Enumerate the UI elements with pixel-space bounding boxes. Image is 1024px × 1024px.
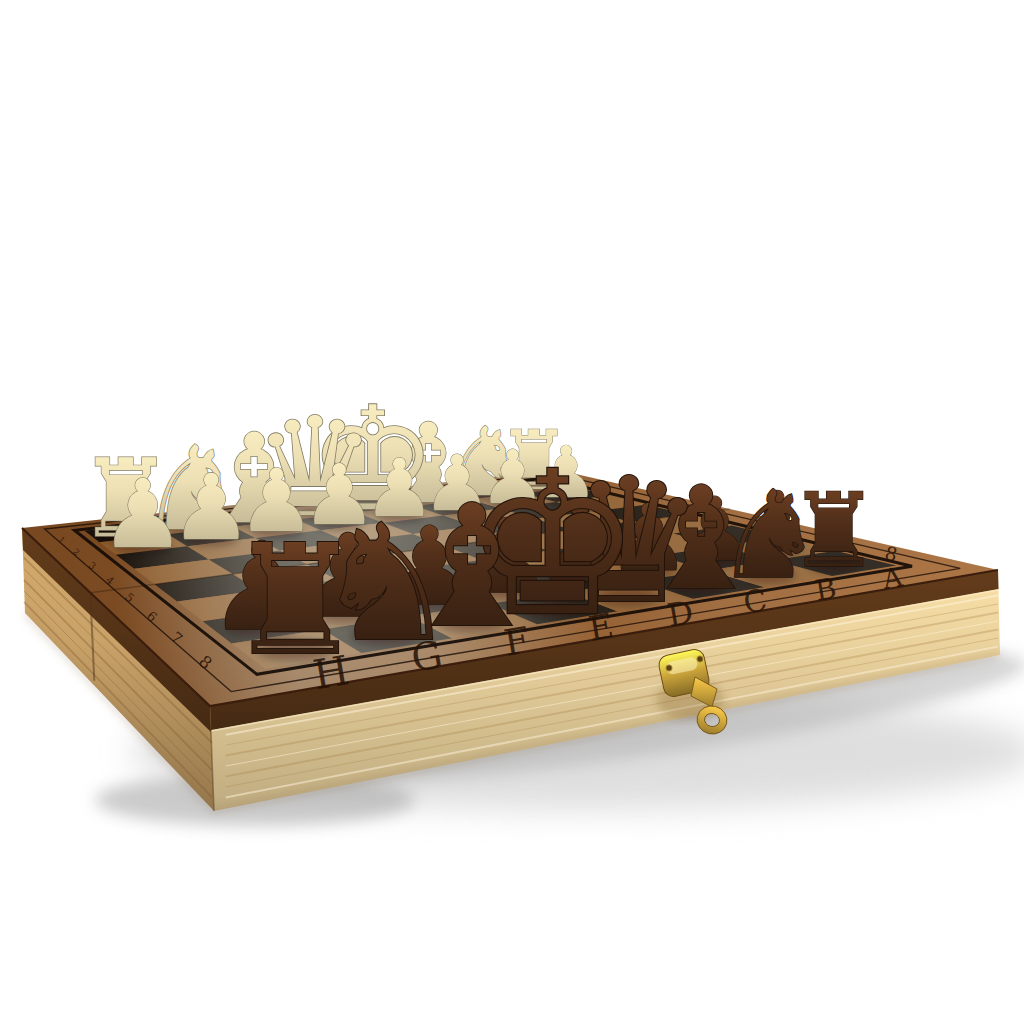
latch-screw (697, 656, 703, 662)
piece-white-pawn-a2: ♟ (100, 459, 185, 569)
piece-black-rook-a8: ♜ (227, 512, 363, 689)
product-photo-scene: HGFEDCBA123456788♜♞♟♝♟♚♟♛♟♝♟♞♟♜♟♟♟♟♜♟♞♟♝… (0, 0, 1024, 1024)
latch-screw (666, 665, 672, 671)
wooden-chess-set-photo: HGFEDCBA123456788♜♞♟♝♟♚♟♛♟♝♟♞♟♜♟♟♟♟♜♟♞♟♝… (0, 0, 1024, 1024)
